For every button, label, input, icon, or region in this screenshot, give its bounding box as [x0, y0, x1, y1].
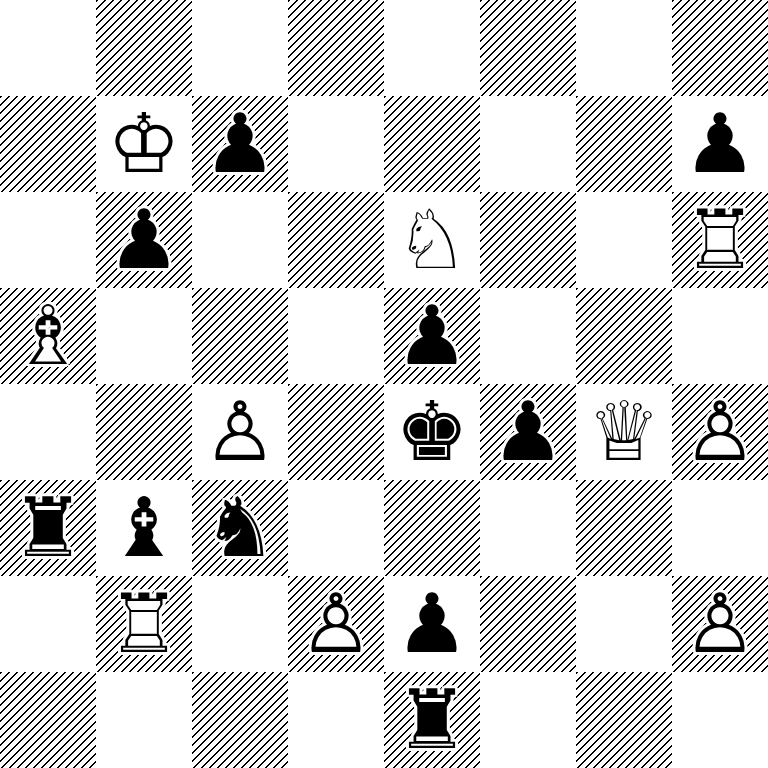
piece-halo: ♞ [192, 480, 288, 576]
piece-halo: ♟ [288, 576, 384, 672]
square-c2[interactable] [192, 576, 288, 672]
square-h1[interactable] [672, 672, 768, 768]
square-h2[interactable]: ♟♙ [672, 576, 768, 672]
square-e8[interactable] [384, 0, 480, 96]
piece-white-queen: ♕ [576, 384, 672, 480]
piece-black-pawn: ♟ [672, 96, 768, 192]
square-f2[interactable] [480, 576, 576, 672]
square-f7[interactable] [480, 96, 576, 192]
piece-white-pawn: ♙ [672, 576, 768, 672]
piece-white-knight: ♘ [384, 192, 480, 288]
square-f5[interactable] [480, 288, 576, 384]
square-h8[interactable] [672, 0, 768, 96]
piece-white-bishop: ♗ [0, 288, 96, 384]
square-g8[interactable] [576, 0, 672, 96]
piece-black-rook: ♜ [384, 672, 480, 768]
square-b2[interactable]: ♜♖ [96, 576, 192, 672]
square-g2[interactable] [576, 576, 672, 672]
piece-white-rook: ♖ [96, 576, 192, 672]
piece-black-pawn: ♟ [192, 96, 288, 192]
piece-white-pawn: ♙ [672, 384, 768, 480]
piece-black-pawn: ♟ [384, 576, 480, 672]
square-c8[interactable] [192, 0, 288, 96]
square-f3[interactable] [480, 480, 576, 576]
square-c3[interactable]: ♞♞ [192, 480, 288, 576]
piece-halo: ♟ [672, 96, 768, 192]
square-h4[interactable]: ♟♙ [672, 384, 768, 480]
square-c6[interactable] [192, 192, 288, 288]
square-a1[interactable] [0, 672, 96, 768]
square-d4[interactable] [288, 384, 384, 480]
square-b6[interactable]: ♟♟ [96, 192, 192, 288]
piece-halo: ♟ [672, 384, 768, 480]
piece-halo: ♜ [384, 672, 480, 768]
square-e3[interactable] [384, 480, 480, 576]
piece-halo: ♚ [384, 384, 480, 480]
square-g3[interactable] [576, 480, 672, 576]
square-f6[interactable] [480, 192, 576, 288]
chess-board: ♚♔♟♟♟♟♟♟♞♘♜♖♝♗♟♟♟♙♚♚♟♟♛♕♟♙♜♜♝♝♞♞♜♖♟♙♟♟♟♙… [0, 0, 768, 768]
square-b4[interactable] [96, 384, 192, 480]
piece-halo: ♟ [672, 576, 768, 672]
square-f4[interactable]: ♟♟ [480, 384, 576, 480]
square-f8[interactable] [480, 0, 576, 96]
piece-black-rook: ♜ [0, 480, 96, 576]
square-a2[interactable] [0, 576, 96, 672]
square-a7[interactable] [0, 96, 96, 192]
piece-halo: ♜ [0, 480, 96, 576]
square-c5[interactable] [192, 288, 288, 384]
piece-halo: ♜ [672, 192, 768, 288]
square-c1[interactable] [192, 672, 288, 768]
square-b7[interactable]: ♚♔ [96, 96, 192, 192]
square-g4[interactable]: ♛♕ [576, 384, 672, 480]
square-h6[interactable]: ♜♖ [672, 192, 768, 288]
square-e2[interactable]: ♟♟ [384, 576, 480, 672]
piece-black-knight: ♞ [192, 480, 288, 576]
piece-halo: ♟ [384, 288, 480, 384]
piece-white-pawn: ♙ [192, 384, 288, 480]
piece-halo: ♝ [0, 288, 96, 384]
piece-halo: ♟ [480, 384, 576, 480]
piece-black-bishop: ♝ [96, 480, 192, 576]
square-d1[interactable] [288, 672, 384, 768]
square-h5[interactable] [672, 288, 768, 384]
piece-white-king: ♔ [96, 96, 192, 192]
piece-white-rook: ♖ [672, 192, 768, 288]
square-h3[interactable] [672, 480, 768, 576]
square-d5[interactable] [288, 288, 384, 384]
square-e7[interactable] [384, 96, 480, 192]
square-b5[interactable] [96, 288, 192, 384]
square-g1[interactable] [576, 672, 672, 768]
piece-halo: ♝ [96, 480, 192, 576]
square-a8[interactable] [0, 0, 96, 96]
square-a5[interactable]: ♝♗ [0, 288, 96, 384]
square-b1[interactable] [96, 672, 192, 768]
square-b8[interactable] [96, 0, 192, 96]
square-d2[interactable]: ♟♙ [288, 576, 384, 672]
piece-halo: ♟ [192, 384, 288, 480]
piece-halo: ♞ [384, 192, 480, 288]
piece-halo: ♜ [96, 576, 192, 672]
square-a4[interactable] [0, 384, 96, 480]
square-a6[interactable] [0, 192, 96, 288]
square-e4[interactable]: ♚♚ [384, 384, 480, 480]
square-c7[interactable]: ♟♟ [192, 96, 288, 192]
square-d7[interactable] [288, 96, 384, 192]
square-a3[interactable]: ♜♜ [0, 480, 96, 576]
square-d6[interactable] [288, 192, 384, 288]
square-e6[interactable]: ♞♘ [384, 192, 480, 288]
square-d3[interactable] [288, 480, 384, 576]
square-d8[interactable] [288, 0, 384, 96]
piece-black-pawn: ♟ [384, 288, 480, 384]
square-b3[interactable]: ♝♝ [96, 480, 192, 576]
piece-halo: ♟ [384, 576, 480, 672]
piece-black-king: ♚ [384, 384, 480, 480]
piece-halo: ♚ [96, 96, 192, 192]
square-g7[interactable] [576, 96, 672, 192]
square-g5[interactable] [576, 288, 672, 384]
square-f1[interactable] [480, 672, 576, 768]
square-e5[interactable]: ♟♟ [384, 288, 480, 384]
piece-black-pawn: ♟ [96, 192, 192, 288]
piece-white-pawn: ♙ [288, 576, 384, 672]
square-h7[interactable]: ♟♟ [672, 96, 768, 192]
square-g6[interactable] [576, 192, 672, 288]
piece-halo: ♛ [576, 384, 672, 480]
square-e1[interactable]: ♜♜ [384, 672, 480, 768]
piece-halo: ♟ [96, 192, 192, 288]
square-c4[interactable]: ♟♙ [192, 384, 288, 480]
piece-black-pawn: ♟ [480, 384, 576, 480]
piece-halo: ♟ [192, 96, 288, 192]
